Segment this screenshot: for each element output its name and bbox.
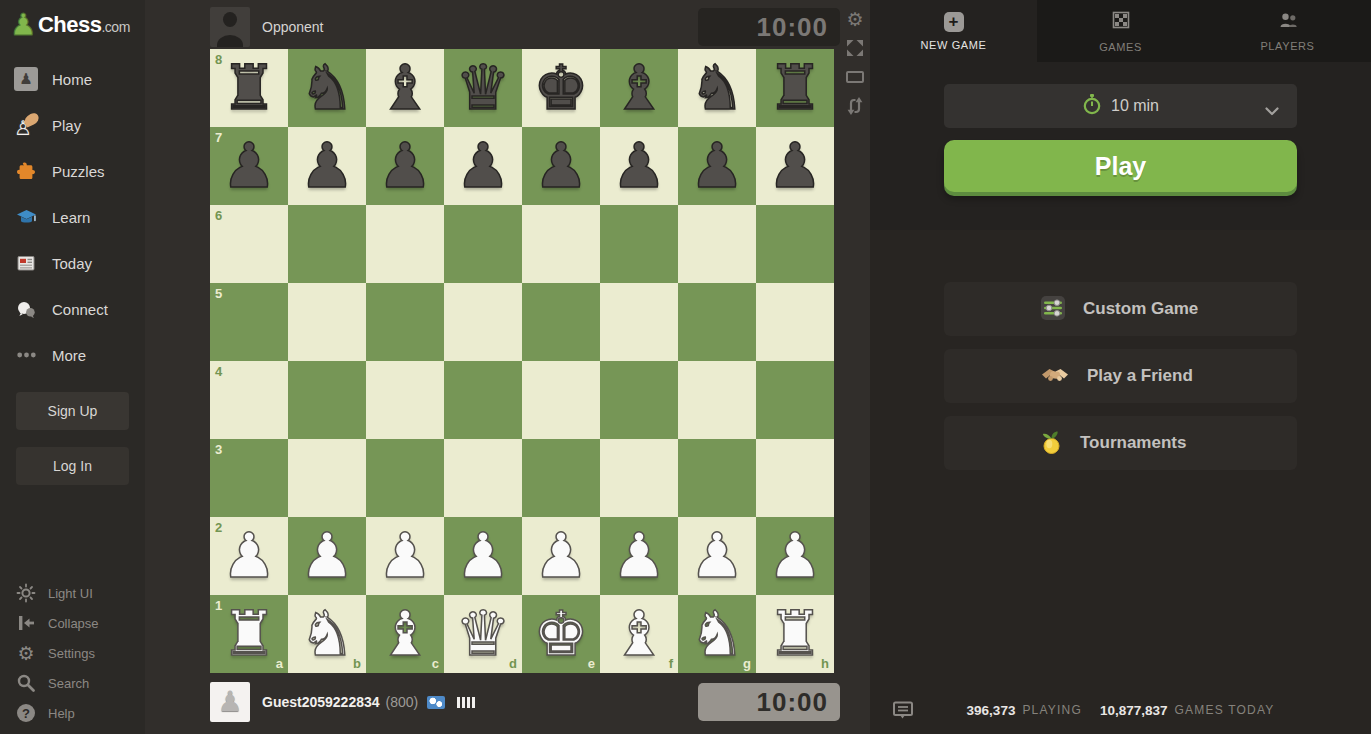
sidebar-footer-search[interactable]: Search (0, 668, 145, 698)
square-c3[interactable] (366, 439, 444, 517)
square-d6[interactable] (444, 205, 522, 283)
panel-tabs: +NEW GAMEGAMESPLAYERS (870, 0, 1371, 62)
piece-black-pawn[interactable]: ♟ (533, 135, 589, 197)
players-icon (1278, 11, 1298, 33)
footer-item-label: Help (48, 706, 75, 721)
piece-white-knight[interactable]: ♞ (299, 603, 355, 665)
square-e2[interactable]: ♟ (522, 517, 600, 595)
square-h6[interactable] (756, 205, 834, 283)
square-a1[interactable]: 1a♜ (210, 595, 288, 673)
square-f2[interactable]: ♟ (600, 517, 678, 595)
rank-label: 6 (215, 208, 222, 223)
footer-item-label: Collapse (48, 616, 99, 631)
square-f8[interactable]: ♝ (600, 49, 678, 127)
piece-white-pawn[interactable]: ♟ (377, 525, 433, 587)
square-d8[interactable]: ♛ (444, 49, 522, 127)
chess-board: 8♜♞♝♛♚♝♞♜7♟♟♟♟♟♟♟♟65432♟♟♟♟♟♟♟♟1a♜b♞c♝d♛… (210, 49, 834, 673)
puzzles-icon (13, 158, 39, 184)
piece-black-rook[interactable]: ♜ (221, 57, 277, 119)
tournaments-button[interactable]: Tournaments (944, 416, 1297, 470)
tab-label: PLAYERS (1260, 40, 1314, 52)
piece-black-knight[interactable]: ♞ (689, 57, 745, 119)
square-h7[interactable]: ♟ (756, 127, 834, 205)
square-h1[interactable]: h♜ (756, 595, 834, 673)
opponent-avatar (210, 7, 250, 47)
chat-comment-icon[interactable] (892, 700, 914, 724)
sidebar-footer-settings[interactable]: ⚙Settings (0, 638, 145, 668)
square-b4[interactable] (288, 361, 366, 439)
tab-new-game[interactable]: +NEW GAME (870, 0, 1037, 62)
piece-white-pawn[interactable]: ♟ (611, 525, 667, 587)
square-g4[interactable] (678, 361, 756, 439)
square-g8[interactable]: ♞ (678, 49, 756, 127)
square-d4[interactable] (444, 361, 522, 439)
today-icon (13, 250, 39, 276)
square-h3[interactable] (756, 439, 834, 517)
sidebar-item-label: Learn (52, 209, 90, 226)
square-f7[interactable]: ♟ (600, 127, 678, 205)
square-e1[interactable]: e♚ (522, 595, 600, 673)
time-control-value: 10 min (1111, 97, 1159, 115)
learn-icon (13, 204, 39, 230)
footer-item-label: Light UI (48, 586, 93, 601)
board-controls: ⚙ (844, 8, 866, 117)
games-today-stat: 10,877,837 GAMES TODAY (1100, 703, 1274, 718)
sidebar-item-play[interactable]: ♙Play (0, 102, 145, 148)
square-d1[interactable]: d♛ (444, 595, 522, 673)
help-icon: ? (16, 703, 36, 723)
action-label: Play a Friend (1087, 366, 1193, 386)
piece-white-bishop[interactable]: ♝ (377, 603, 433, 665)
square-b1[interactable]: b♞ (288, 595, 366, 673)
sidebar-item-label: Puzzles (52, 163, 105, 180)
square-c8[interactable]: ♝ (366, 49, 444, 127)
piece-white-pawn[interactable]: ♟ (533, 525, 589, 587)
square-c4[interactable] (366, 361, 444, 439)
piece-white-pawn[interactable]: ♟ (689, 525, 745, 587)
opponent-bar: Opponent 10:00 (210, 5, 840, 49)
square-e8[interactable]: ♚ (522, 49, 600, 127)
custom-game-icon (1040, 295, 1066, 324)
square-f5[interactable] (600, 283, 678, 361)
piece-black-knight[interactable]: ♞ (299, 57, 355, 119)
tab-label: GAMES (1099, 41, 1142, 53)
custom-game-button[interactable]: Custom Game (944, 282, 1297, 336)
square-a7[interactable]: 7♟ (210, 127, 288, 205)
sidebar-item-label: Connect (52, 301, 108, 318)
piece-white-pawn[interactable]: ♟ (299, 525, 355, 587)
square-d5[interactable] (444, 283, 522, 361)
square-e5[interactable] (522, 283, 600, 361)
handshake-icon (1040, 365, 1070, 388)
sidebar-item-label: Home (52, 71, 92, 88)
square-g1[interactable]: g♞ (678, 595, 756, 673)
square-a8[interactable]: 8♜ (210, 49, 288, 127)
tab-players[interactable]: PLAYERS (1204, 0, 1371, 62)
app-root: ♟ Chess.com ♟Home♙PlayPuzzlesLearnTodayC… (0, 0, 1371, 734)
piece-white-knight[interactable]: ♞ (689, 603, 745, 665)
piece-white-queen[interactable]: ♛ (455, 603, 511, 665)
piece-white-pawn[interactable]: ♟ (455, 525, 511, 587)
international-flag-icon (427, 696, 445, 709)
piece-black-bishop[interactable]: ♝ (611, 57, 667, 119)
square-a4[interactable]: 4 (210, 361, 288, 439)
logo-text: Chess.com (38, 12, 130, 38)
square-g5[interactable] (678, 283, 756, 361)
piece-black-rook[interactable]: ♜ (767, 57, 823, 119)
pawn-avatar-icon: ♟ (217, 688, 242, 716)
tab-label: NEW GAME (921, 39, 987, 51)
file-label: a (276, 656, 283, 671)
time-control-dropdown[interactable]: 10 min (944, 84, 1297, 128)
piece-white-rook[interactable]: ♜ (221, 603, 277, 665)
settings-gear-icon: ⚙ (16, 643, 36, 663)
footer-item-label: Search (48, 676, 89, 691)
live-stats: 396,373 PLAYING 10,877,837 GAMES TODAY (967, 703, 1275, 718)
piece-black-pawn[interactable]: ♟ (689, 135, 745, 197)
opponent-name: Opponent (262, 19, 324, 35)
more-icon (13, 342, 39, 368)
tab-games[interactable]: GAMES (1037, 0, 1204, 62)
square-a2[interactable]: 2♟ (210, 517, 288, 595)
rank-label: 3 (215, 442, 222, 457)
sidebar-item-label: Today (52, 255, 92, 272)
search-icon (16, 673, 36, 693)
square-c1[interactable]: c♝ (366, 595, 444, 673)
new-game-icon: + (944, 12, 964, 32)
piece-black-king[interactable]: ♚ (533, 57, 589, 119)
square-g6[interactable] (678, 205, 756, 283)
piece-black-pawn[interactable]: ♟ (455, 135, 511, 197)
square-b8[interactable]: ♞ (288, 49, 366, 127)
piece-black-pawn[interactable]: ♟ (611, 135, 667, 197)
square-a6[interactable]: 6 (210, 205, 288, 283)
stopwatch-icon (1082, 93, 1102, 119)
sidebar-footer-light-ui[interactable]: Light UI (0, 578, 145, 608)
rank-label: 4 (215, 364, 222, 379)
square-c7[interactable]: ♟ (366, 127, 444, 205)
sidebar-item-home[interactable]: ♟Home (0, 56, 145, 102)
stats-bar: 396,373 PLAYING 10,877,837 GAMES TODAY (870, 686, 1371, 734)
sidebar: ♟ Chess.com ♟Home♙PlayPuzzlesLearnTodayC… (0, 0, 145, 734)
piece-black-pawn[interactable]: ♟ (221, 135, 277, 197)
sidebar-item-puzzles[interactable]: Puzzles (0, 148, 145, 194)
square-b6[interactable] (288, 205, 366, 283)
square-b5[interactable] (288, 283, 366, 361)
piece-black-pawn[interactable]: ♟ (299, 135, 355, 197)
board-area: Opponent 10:00 8♜♞♝♛♚♝♞♜7♟♟♟♟♟♟♟♟65432♟♟… (145, 0, 870, 734)
square-h4[interactable] (756, 361, 834, 439)
home-icon: ♟ (13, 66, 39, 92)
opponent-clock: 10:00 (698, 8, 840, 46)
square-h2[interactable]: ♟ (756, 517, 834, 595)
sidebar-nav: ♟Home♙PlayPuzzlesLearnTodayConnectMore (0, 56, 145, 378)
square-f6[interactable] (600, 205, 678, 283)
chesscom-pawn-logo-icon: ♟ (10, 10, 37, 40)
connect-icon (13, 296, 39, 322)
square-h5[interactable] (756, 283, 834, 361)
footer-item-label: Settings (48, 646, 95, 661)
player-clock: 10:00 (698, 683, 840, 721)
file-label: f (669, 656, 673, 671)
file-label: c (432, 656, 439, 671)
square-e7[interactable]: ♟ (522, 127, 600, 205)
theatre-mode-icon[interactable] (844, 66, 866, 88)
square-b3[interactable] (288, 439, 366, 517)
sidebar-footer-help[interactable]: ?Help (0, 698, 145, 728)
panel-actions-section: Custom GamePlay a FriendTournaments 396,… (870, 230, 1371, 734)
piece-white-bishop[interactable]: ♝ (611, 603, 667, 665)
collapse-icon (16, 613, 36, 633)
player-name: Guest2059222834 (262, 694, 380, 710)
square-e6[interactable] (522, 205, 600, 283)
sidebar-item-learn[interactable]: Learn (0, 194, 145, 240)
tournament-icon (1040, 428, 1063, 458)
square-b2[interactable]: ♟ (288, 517, 366, 595)
log-in-button[interactable]: Log In (16, 447, 129, 485)
square-c6[interactable] (366, 205, 444, 283)
piece-black-bishop[interactable]: ♝ (377, 57, 433, 119)
sidebar-item-label: More (52, 347, 86, 364)
square-f3[interactable] (600, 439, 678, 517)
piece-white-pawn[interactable]: ♟ (767, 525, 823, 587)
sidebar-item-connect[interactable]: Connect (0, 286, 145, 332)
playing-stat: 396,373 PLAYING (967, 703, 1082, 718)
rank-label: 5 (215, 286, 222, 301)
play-button[interactable]: Play (944, 140, 1297, 192)
chesscom-logo[interactable]: ♟ Chess.com (10, 10, 145, 40)
player-rating: (800) (386, 694, 419, 710)
square-b7[interactable]: ♟ (288, 127, 366, 205)
sidebar-item-today[interactable]: Today (0, 240, 145, 286)
piece-black-pawn[interactable]: ♟ (767, 135, 823, 197)
sign-up-button[interactable]: Sign Up (16, 392, 129, 430)
square-f1[interactable]: f♝ (600, 595, 678, 673)
sidebar-item-label: Play (52, 117, 81, 134)
square-e3[interactable] (522, 439, 600, 517)
settings-gear-icon[interactable]: ⚙ (844, 8, 866, 30)
chevron-down-icon (1265, 102, 1279, 120)
player-bar: ♟ Guest2059222834 (800) 10:00 (210, 680, 840, 724)
square-h8[interactable]: ♜ (756, 49, 834, 127)
sidebar-item-more[interactable]: More (0, 332, 145, 378)
action-buttons: Custom GamePlay a FriendTournaments (870, 282, 1371, 483)
piece-white-king[interactable]: ♚ (533, 603, 589, 665)
new-game-panel: +NEW GAMEGAMESPLAYERS 10 min Play Custom… (870, 0, 1371, 734)
square-d3[interactable] (444, 439, 522, 517)
play-friend-button[interactable]: Play a Friend (944, 349, 1297, 403)
square-g7[interactable]: ♟ (678, 127, 756, 205)
square-c5[interactable] (366, 283, 444, 361)
square-c2[interactable]: ♟ (366, 517, 444, 595)
square-a3[interactable]: 3 (210, 439, 288, 517)
expand-icon[interactable] (844, 37, 866, 59)
quick-play-section: 10 min Play (870, 62, 1371, 230)
sidebar-footer-collapse[interactable]: Collapse (0, 608, 145, 638)
square-f4[interactable] (600, 361, 678, 439)
piece-white-pawn[interactable]: ♟ (221, 525, 277, 587)
square-g3[interactable] (678, 439, 756, 517)
piece-black-pawn[interactable]: ♟ (377, 135, 433, 197)
piece-white-rook[interactable]: ♜ (767, 603, 823, 665)
square-e4[interactable] (522, 361, 600, 439)
piece-black-queen[interactable]: ♛ (455, 57, 511, 119)
light-ui-icon (16, 583, 36, 603)
games-icon (1111, 10, 1131, 34)
sidebar-footer: Light UICollapse⚙SettingsSearch?Help (0, 578, 145, 734)
square-a5[interactable]: 5 (210, 283, 288, 361)
signal-bars-icon (457, 697, 475, 708)
play-icon: ♙ (13, 112, 39, 138)
game-column: Opponent 10:00 8♜♞♝♛♚♝♞♜7♟♟♟♟♟♟♟♟65432♟♟… (210, 0, 840, 724)
square-g2[interactable]: ♟ (678, 517, 756, 595)
square-d2[interactable]: ♟ (444, 517, 522, 595)
flip-board-icon[interactable] (844, 95, 866, 117)
action-label: Custom Game (1083, 299, 1198, 319)
player-avatar: ♟ (210, 682, 250, 722)
square-d7[interactable]: ♟ (444, 127, 522, 205)
action-label: Tournaments (1080, 433, 1186, 453)
